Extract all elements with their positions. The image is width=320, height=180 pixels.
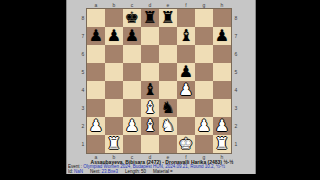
square-b1[interactable]: ♜ xyxy=(105,135,123,153)
square-g4[interactable] xyxy=(195,81,213,99)
rank-labels-right: 87654321 xyxy=(233,9,239,153)
black-knight[interactable]: ♞ xyxy=(159,99,177,117)
square-d8[interactable]: ♜ xyxy=(141,9,159,27)
square-h1[interactable]: ♜ xyxy=(213,135,231,153)
coordinate-label: 8 xyxy=(233,9,239,27)
square-c3[interactable] xyxy=(123,99,141,117)
white-pawn[interactable]: ♟ xyxy=(87,117,105,135)
square-c2[interactable]: ♟ xyxy=(123,117,141,135)
square-b6[interactable] xyxy=(105,45,123,63)
coordinate-label: 6 xyxy=(80,45,86,63)
coordinate-label: a xyxy=(87,2,105,8)
square-c5[interactable] xyxy=(123,63,141,81)
square-b3[interactable] xyxy=(105,99,123,117)
coordinate-label: g xyxy=(195,2,213,8)
coordinate-label: 2 xyxy=(80,117,86,135)
square-c8[interactable]: ♚ xyxy=(123,9,141,27)
coordinate-label: 5 xyxy=(233,63,239,81)
square-a3[interactable] xyxy=(87,99,105,117)
square-h7[interactable]: ♟ xyxy=(213,27,231,45)
letterbox-right xyxy=(256,0,320,180)
square-e1[interactable] xyxy=(159,135,177,153)
square-f1[interactable]: ♚ xyxy=(177,135,195,153)
square-f2[interactable] xyxy=(177,117,195,135)
square-f3[interactable] xyxy=(177,99,195,117)
square-h2[interactable]: ♟ xyxy=(213,117,231,135)
coordinate-label: 7 xyxy=(233,27,239,45)
coordinate-label: 8 xyxy=(80,9,86,27)
rank-labels-left: 87654321 xyxy=(80,9,86,153)
square-f6[interactable] xyxy=(177,45,195,63)
coordinate-label: 4 xyxy=(233,81,239,99)
black-pawn[interactable]: ♟ xyxy=(213,27,231,45)
square-c4[interactable] xyxy=(123,81,141,99)
coordinate-label: 2 xyxy=(233,117,239,135)
square-a2[interactable]: ♟ xyxy=(87,117,105,135)
square-b4[interactable] xyxy=(105,81,123,99)
square-e6[interactable] xyxy=(159,45,177,63)
square-g1[interactable] xyxy=(195,135,213,153)
square-h4[interactable] xyxy=(213,81,231,99)
square-a8[interactable] xyxy=(87,9,105,27)
square-b2[interactable] xyxy=(105,117,123,135)
black-pawn[interactable]: ♟ xyxy=(105,27,123,45)
white-king[interactable]: ♚ xyxy=(177,135,195,153)
square-h3[interactable] xyxy=(213,99,231,117)
square-h5[interactable] xyxy=(213,63,231,81)
square-h8[interactable] xyxy=(213,9,231,27)
coordinate-label: 1 xyxy=(80,135,86,153)
square-e5[interactable] xyxy=(159,63,177,81)
square-d7[interactable] xyxy=(141,27,159,45)
square-d6[interactable] xyxy=(141,45,159,63)
square-b7[interactable]: ♟ xyxy=(105,27,123,45)
letterbox-left xyxy=(0,0,66,180)
square-b8[interactable] xyxy=(105,9,123,27)
black-king[interactable]: ♚ xyxy=(123,9,141,27)
square-f8[interactable] xyxy=(177,9,195,27)
square-d3[interactable]: ♝ xyxy=(141,99,159,117)
coordinate-label: 3 xyxy=(80,99,86,117)
black-rook[interactable]: ♜ xyxy=(141,9,159,27)
square-e7[interactable] xyxy=(159,27,177,45)
square-d2[interactable]: ♝ xyxy=(141,117,159,135)
square-e2[interactable]: ♞ xyxy=(159,117,177,135)
file-labels-top: abcdefgh xyxy=(87,2,231,8)
square-a6[interactable] xyxy=(87,45,105,63)
black-pawn[interactable]: ♟ xyxy=(123,27,141,45)
coordinate-label: f xyxy=(177,2,195,8)
square-f5[interactable]: ♟ xyxy=(177,63,195,81)
black-pawn[interactable]: ♟ xyxy=(177,63,195,81)
square-c7[interactable]: ♟ xyxy=(123,27,141,45)
square-g2[interactable]: ♟ xyxy=(195,117,213,135)
square-e3[interactable]: ♞ xyxy=(159,99,177,117)
square-e8[interactable]: ♜ xyxy=(159,9,177,27)
white-pawn[interactable]: ♟ xyxy=(195,117,213,135)
white-pawn[interactable]: ♟ xyxy=(213,117,231,135)
square-f7[interactable]: ♝ xyxy=(177,27,195,45)
white-pawn[interactable]: ♟ xyxy=(177,81,195,99)
square-g3[interactable] xyxy=(195,99,213,117)
chess-board[interactable]: ♚♜♜♟♟♟♝♟♟♝♟♝♞♟♟♝♞♟♟♜♚♜ xyxy=(87,9,231,153)
black-rook[interactable]: ♜ xyxy=(159,9,177,27)
square-a7[interactable]: ♟ xyxy=(87,27,105,45)
square-g6[interactable] xyxy=(195,45,213,63)
coordinate-label: 5 xyxy=(80,63,86,81)
square-a4[interactable] xyxy=(87,81,105,99)
coordinate-label: 7 xyxy=(80,27,86,45)
square-c1[interactable] xyxy=(123,135,141,153)
coordinate-label: h xyxy=(213,2,231,8)
square-b5[interactable] xyxy=(105,63,123,81)
square-g8[interactable] xyxy=(195,9,213,27)
square-a1[interactable] xyxy=(87,135,105,153)
white-bishop[interactable]: ♝ xyxy=(141,117,159,135)
square-d1[interactable] xyxy=(141,135,159,153)
white-rook[interactable]: ♜ xyxy=(213,135,231,153)
square-e4[interactable] xyxy=(159,81,177,99)
square-g5[interactable] xyxy=(195,63,213,81)
coordinate-label: 4 xyxy=(80,81,86,99)
coordinate-label: 3 xyxy=(233,99,239,117)
white-pawn[interactable]: ♟ xyxy=(123,117,141,135)
square-c6[interactable] xyxy=(123,45,141,63)
square-d5[interactable] xyxy=(141,63,159,81)
coordinate-label: b xyxy=(105,2,123,8)
coordinate-label: 1 xyxy=(233,135,239,153)
chess-viewer-panel: abcdefgh 87654321 ♚♜♜♟♟♟♝♟♟♝♟♝♞♟♟♝♞♟♟♜♚♜… xyxy=(66,0,256,174)
white-knight[interactable]: ♞ xyxy=(159,117,177,135)
square-f4[interactable]: ♟ xyxy=(177,81,195,99)
black-bishop[interactable]: ♝ xyxy=(177,27,195,45)
square-h6[interactable] xyxy=(213,45,231,63)
square-d4[interactable]: ♝ xyxy=(141,81,159,99)
square-a5[interactable] xyxy=(87,63,105,81)
white-bishop[interactable]: ♝ xyxy=(141,99,159,117)
square-g7[interactable] xyxy=(195,27,213,45)
black-pawn[interactable]: ♟ xyxy=(87,27,105,45)
black-bishop[interactable]: ♝ xyxy=(141,81,159,99)
bottom-letterbox xyxy=(0,174,320,180)
white-rook[interactable]: ♜ xyxy=(105,135,123,153)
coordinate-label: 6 xyxy=(233,45,239,63)
